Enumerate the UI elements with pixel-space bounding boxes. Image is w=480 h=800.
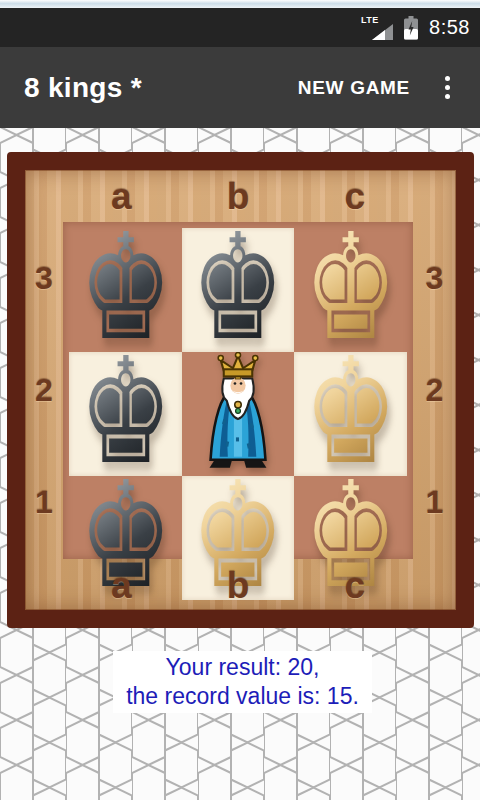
signal-indicator: LTE bbox=[361, 14, 393, 42]
result-line-2: the record value is: 15. bbox=[126, 682, 359, 711]
chess-board: a b c 3 2 1 ♚♚♚♚ bbox=[7, 152, 474, 628]
rank-label-3-right: 3 bbox=[413, 222, 456, 334]
rank-label-3-left: 3 bbox=[25, 222, 63, 334]
battery-charging-icon bbox=[404, 16, 418, 40]
battery-indicator bbox=[404, 16, 418, 40]
result-panel: Your result: 20, the record value is: 15… bbox=[113, 651, 372, 713]
overflow-menu-icon[interactable] bbox=[443, 72, 452, 103]
file-label-c-bottom: c bbox=[296, 565, 413, 607]
rank-label-1-left: 1 bbox=[25, 447, 63, 559]
result-line-1: Your result: 20, bbox=[166, 653, 320, 682]
file-label-a-bottom: a bbox=[63, 565, 180, 607]
file-labels-bottom: a b c bbox=[63, 565, 413, 607]
status-bar: LTE 8:58 bbox=[0, 8, 480, 47]
rank-labels-right: 3 2 1 bbox=[413, 222, 456, 559]
page-title: 8 kings * bbox=[24, 72, 298, 104]
signal-triangle-icon bbox=[372, 24, 393, 40]
new-game-button[interactable]: NEW GAME bbox=[298, 77, 410, 99]
rank-label-1-right: 1 bbox=[413, 447, 456, 559]
app-bar: 8 kings * NEW GAME bbox=[0, 47, 480, 128]
dark-king-piece: ♚ bbox=[191, 214, 284, 360]
rank-label-2-right: 2 bbox=[413, 334, 456, 446]
rank-labels-left: 3 2 1 bbox=[25, 222, 63, 559]
board-grid: ♚♚♚♚ ♚♚♚♚ bbox=[63, 222, 413, 559]
file-label-b-bottom: b bbox=[180, 565, 297, 607]
screen-top-strip bbox=[0, 0, 480, 8]
rank-label-2-left: 2 bbox=[25, 334, 63, 446]
cell-b3[interactable]: ♚ bbox=[182, 228, 295, 352]
clock: 8:58 bbox=[429, 16, 470, 39]
